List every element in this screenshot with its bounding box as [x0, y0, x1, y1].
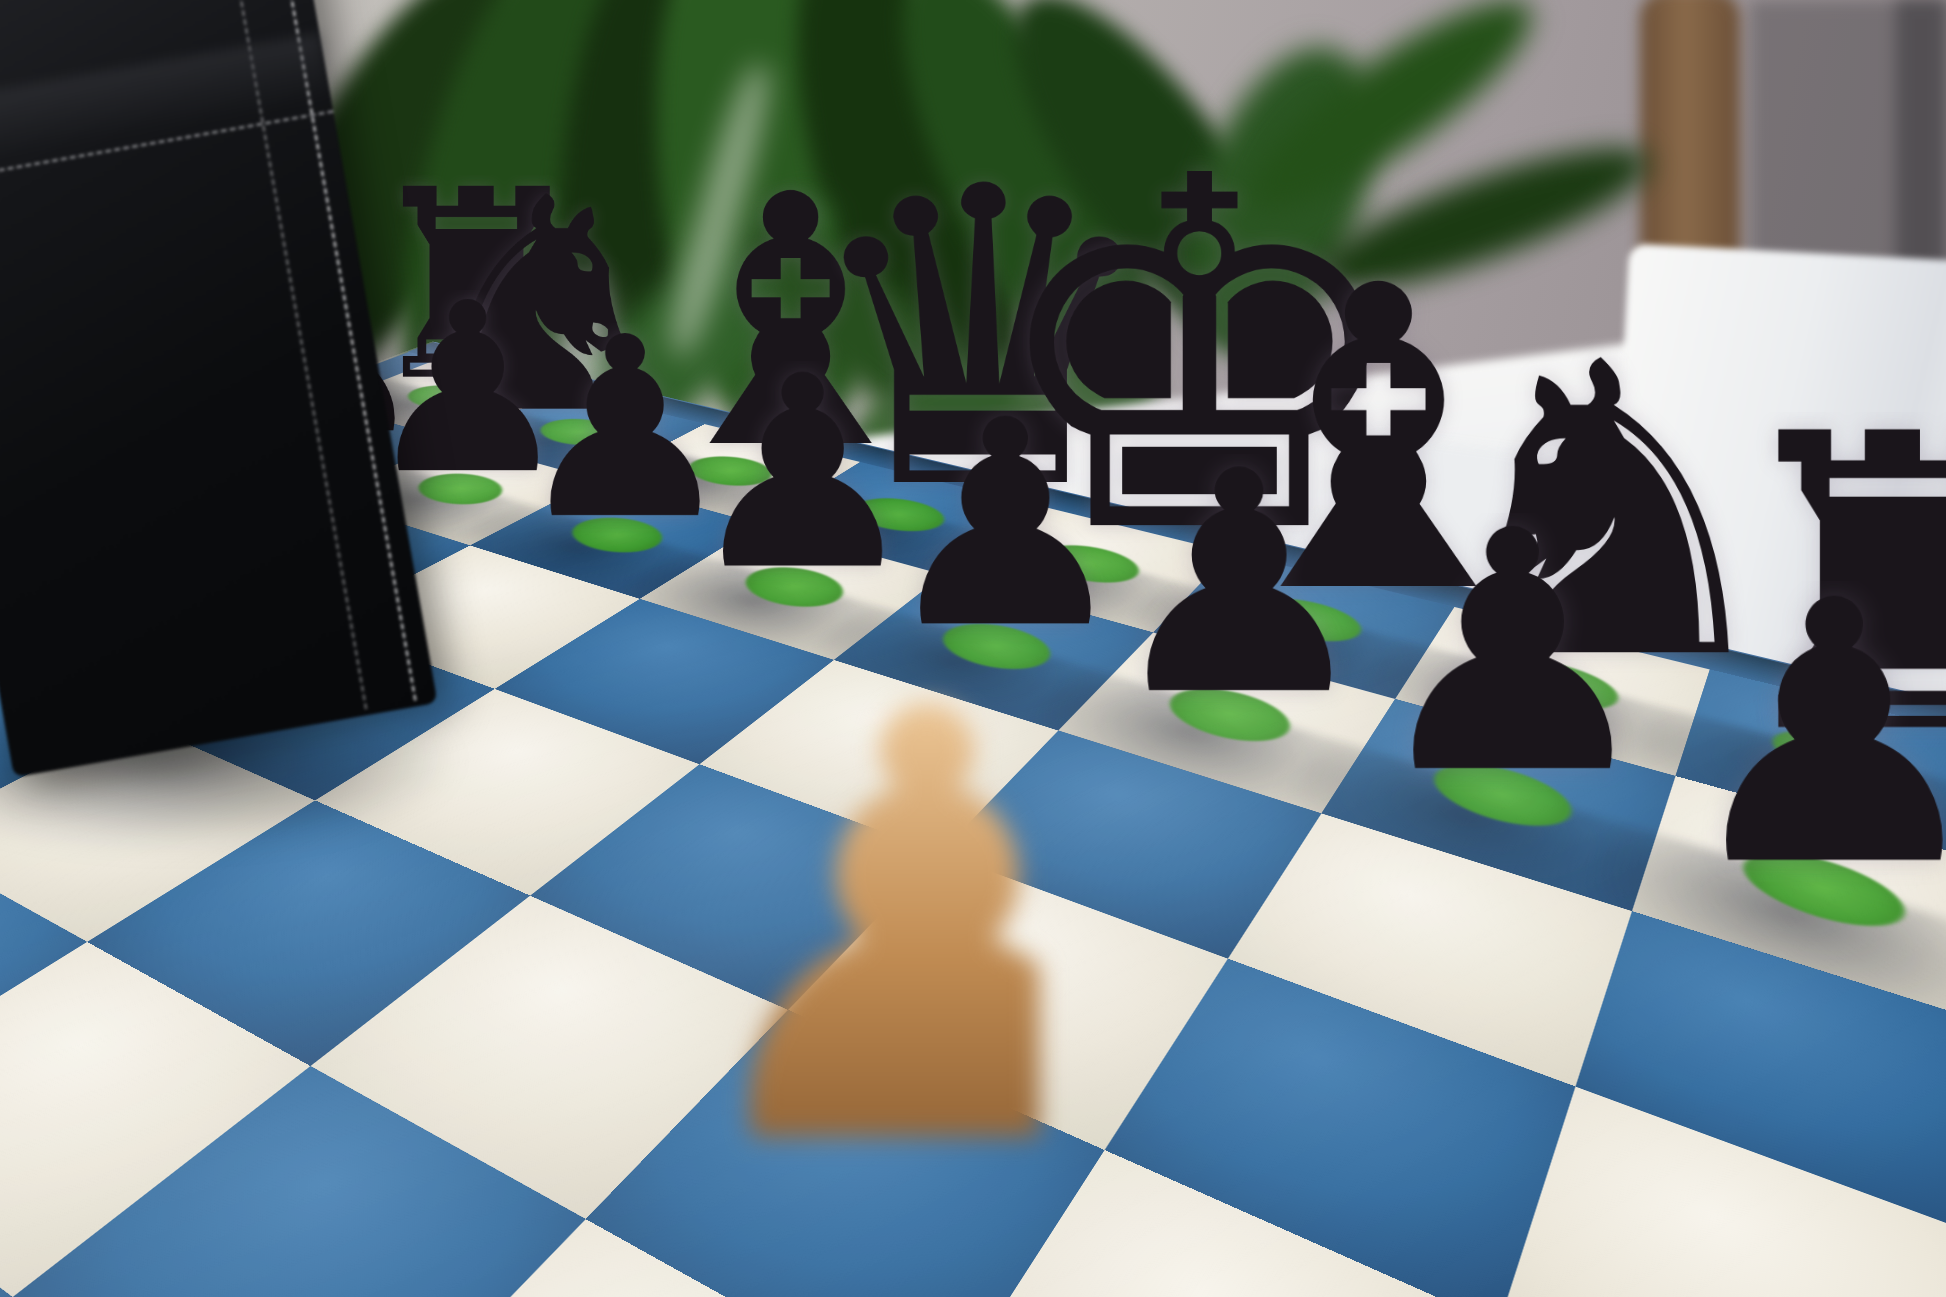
square-f4: ♟ — [586, 1010, 1104, 1297]
black-pawn-d7: ♟ — [684, 361, 905, 587]
white-pawn-f4-foreground: ♟ — [662, 680, 1040, 1184]
black-pawn-g7: ♟ — [1364, 513, 1639, 795]
box-lid-highlight — [0, 33, 332, 177]
black-pawn-h7: ♟ — [1672, 581, 1946, 888]
